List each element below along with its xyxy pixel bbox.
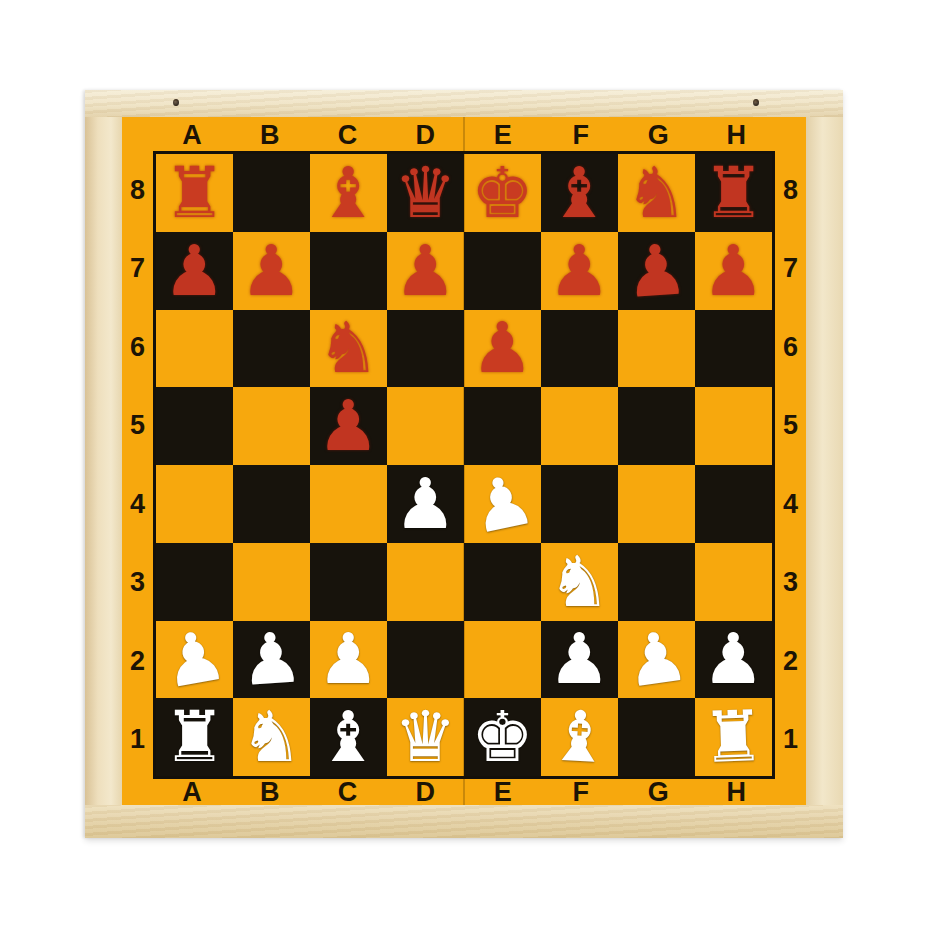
- rank-label-1: 1: [122, 701, 153, 780]
- square-a3: [156, 543, 233, 621]
- square-g2: ♟: [618, 621, 695, 699]
- square-a8: ♜: [156, 154, 233, 232]
- square-e5: [464, 387, 541, 465]
- square-c6: ♞: [310, 310, 387, 388]
- piece-red-pawn: ♟: [623, 234, 690, 308]
- square-h1: ♜: [695, 698, 772, 776]
- rank-label-8: 8: [775, 151, 806, 230]
- square-g8: ♞: [618, 154, 695, 232]
- square-f5: [541, 387, 618, 465]
- square-f4: [541, 465, 618, 543]
- file-label-a: A: [153, 117, 231, 151]
- wood-bar-bottom: [85, 805, 843, 838]
- file-label-e: E: [464, 779, 542, 805]
- file-label-e: E: [464, 117, 542, 151]
- rank-label-2: 2: [122, 622, 153, 701]
- square-e6: ♟: [464, 310, 541, 388]
- file-label-c: C: [309, 117, 387, 151]
- square-d5: [387, 387, 464, 465]
- square-e2: [464, 621, 541, 699]
- square-b3: [233, 543, 310, 621]
- square-b7: ♟: [233, 232, 310, 310]
- rank-label-3: 3: [775, 544, 806, 623]
- piece-white-pawn: ♟: [702, 624, 765, 694]
- piece-white-bishop: ♝: [317, 702, 380, 772]
- piece-red-bishop: ♝: [548, 158, 611, 228]
- square-c7: [310, 232, 387, 310]
- piece-red-pawn: ♟: [548, 236, 611, 306]
- file-label-g: G: [620, 779, 698, 805]
- file-label-b: B: [231, 117, 309, 151]
- rank-label-6: 6: [122, 308, 153, 387]
- square-c1: ♝: [310, 698, 387, 776]
- file-label-d: D: [386, 779, 464, 805]
- rank-label-7: 7: [122, 230, 153, 309]
- square-d1: ♛: [387, 698, 464, 776]
- rank-label-6: 6: [775, 308, 806, 387]
- wood-bar-top: [85, 90, 843, 117]
- wood-strip-right: [806, 117, 843, 805]
- square-c5: ♟: [310, 387, 387, 465]
- square-f6: [541, 310, 618, 388]
- square-d8: ♛: [387, 154, 464, 232]
- piece-white-pawn: ♟: [238, 622, 305, 696]
- square-a4: [156, 465, 233, 543]
- piece-white-pawn: ♟: [548, 624, 611, 694]
- rank-label-2: 2: [775, 622, 806, 701]
- square-b6: [233, 310, 310, 388]
- square-d3: [387, 543, 464, 621]
- demonstration-board: ABCDEFGH 87654321 87654321 ABCDEFGH ♜♝♛♚…: [85, 90, 843, 838]
- square-c8: ♝: [310, 154, 387, 232]
- chess-board: ABCDEFGH 87654321 87654321 ABCDEFGH ♜♝♛♚…: [122, 117, 806, 805]
- piece-red-pawn: ♟: [702, 236, 765, 306]
- rank-label-5: 5: [775, 387, 806, 466]
- square-a7: ♟: [156, 232, 233, 310]
- piece-white-pawn: ♟: [621, 620, 693, 698]
- square-d2: [387, 621, 464, 699]
- file-label-d: D: [386, 117, 464, 151]
- square-b1: ♞: [233, 698, 310, 776]
- square-a5: [156, 387, 233, 465]
- square-b8: [233, 154, 310, 232]
- piece-red-pawn: ♟: [471, 313, 534, 383]
- square-a1: ♜: [156, 698, 233, 776]
- file-label-b: B: [231, 779, 309, 805]
- square-h3: [695, 543, 772, 621]
- piece-red-bishop: ♝: [317, 158, 380, 228]
- file-label-c: C: [309, 779, 387, 805]
- piece-red-rook: ♜: [702, 158, 765, 228]
- square-d4: ♟: [387, 465, 464, 543]
- piece-white-pawn: ♟: [465, 463, 541, 545]
- piece-white-rook: ♜: [163, 702, 226, 772]
- square-b2: ♟: [233, 621, 310, 699]
- rank-labels-left: 87654321: [122, 151, 153, 779]
- square-h4: [695, 465, 772, 543]
- piece-red-rook: ♜: [163, 158, 226, 228]
- rank-label-4: 4: [122, 465, 153, 544]
- piece-white-knight: ♞: [548, 547, 611, 617]
- square-a6: [156, 310, 233, 388]
- square-h5: [695, 387, 772, 465]
- piece-red-pawn: ♟: [163, 236, 226, 306]
- square-a2: ♟: [156, 621, 233, 699]
- square-h8: ♜: [695, 154, 772, 232]
- square-e4: ♟: [464, 465, 541, 543]
- square-d6: [387, 310, 464, 388]
- rank-label-8: 8: [122, 151, 153, 230]
- piece-white-rook: ♜: [701, 701, 766, 773]
- piece-red-knight: ♞: [625, 158, 688, 228]
- rank-label-3: 3: [122, 544, 153, 623]
- square-e3: [464, 543, 541, 621]
- piece-red-knight: ♞: [317, 313, 380, 383]
- piece-white-queen: ♛: [394, 702, 457, 772]
- square-c4: [310, 465, 387, 543]
- file-label-g: G: [620, 117, 698, 151]
- piece-white-bishop: ♝: [546, 701, 612, 774]
- file-label-f: F: [542, 779, 620, 805]
- square-b4: [233, 465, 310, 543]
- screw-hole: [173, 99, 179, 106]
- square-g7: ♟: [618, 232, 695, 310]
- square-e7: [464, 232, 541, 310]
- rank-labels-right: 87654321: [775, 151, 806, 779]
- piece-red-pawn: ♟: [240, 236, 303, 306]
- square-g6: [618, 310, 695, 388]
- file-label-f: F: [542, 117, 620, 151]
- square-g1: [618, 698, 695, 776]
- square-e8: ♚: [464, 154, 541, 232]
- square-e1: ♚: [464, 698, 541, 776]
- piece-white-king: ♚: [471, 702, 534, 772]
- rank-label-5: 5: [122, 387, 153, 466]
- square-g4: [618, 465, 695, 543]
- rank-label-1: 1: [775, 701, 806, 780]
- square-h2: ♟: [695, 621, 772, 699]
- piece-red-queen: ♛: [394, 158, 457, 228]
- file-label-a: A: [153, 779, 231, 805]
- piece-red-pawn: ♟: [317, 391, 380, 461]
- square-f2: ♟: [541, 621, 618, 699]
- square-g3: [618, 543, 695, 621]
- rank-label-7: 7: [775, 230, 806, 309]
- square-f3: ♞: [541, 543, 618, 621]
- square-b5: [233, 387, 310, 465]
- piece-white-knight: ♞: [240, 702, 303, 772]
- board-fold-seam: [463, 117, 465, 805]
- piece-red-pawn: ♟: [394, 236, 457, 306]
- piece-red-king: ♚: [471, 158, 534, 228]
- piece-white-pawn: ♟: [317, 624, 380, 694]
- file-label-h: H: [697, 779, 775, 805]
- rank-label-4: 4: [775, 465, 806, 544]
- file-label-h: H: [697, 117, 775, 151]
- square-f7: ♟: [541, 232, 618, 310]
- square-g5: [618, 387, 695, 465]
- square-f1: ♝: [541, 698, 618, 776]
- piece-white-pawn: ♟: [394, 469, 457, 539]
- square-d7: ♟: [387, 232, 464, 310]
- piece-white-pawn: ♟: [158, 619, 232, 699]
- square-f8: ♝: [541, 154, 618, 232]
- square-h6: [695, 310, 772, 388]
- square-h7: ♟: [695, 232, 772, 310]
- screw-hole: [753, 99, 759, 106]
- wood-strip-left: [85, 117, 122, 805]
- square-c2: ♟: [310, 621, 387, 699]
- photo-canvas: ABCDEFGH 87654321 87654321 ABCDEFGH ♜♝♛♚…: [0, 0, 930, 929]
- square-c3: [310, 543, 387, 621]
